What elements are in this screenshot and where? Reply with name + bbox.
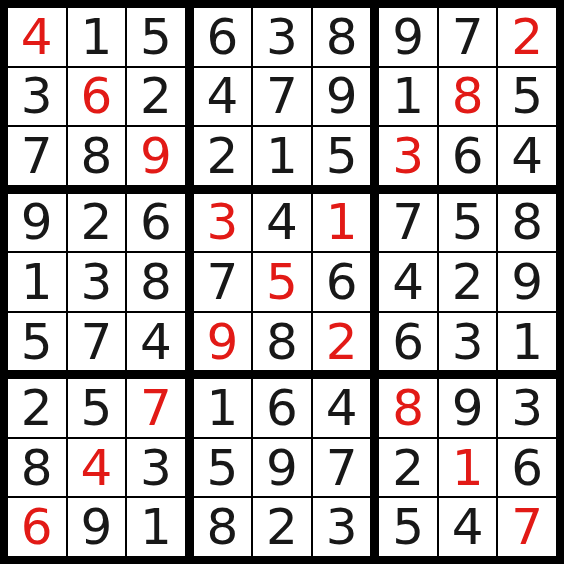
cell-r5c9[interactable]: 9: [498, 253, 556, 311]
cell-r8c4[interactable]: 5: [194, 439, 252, 497]
cell-r3c5[interactable]: 1: [253, 127, 311, 185]
cell-r4c2[interactable]: 2: [68, 194, 126, 252]
cell-r7c6[interactable]: 4: [313, 379, 371, 437]
cell-r9c6[interactable]: 3: [313, 498, 371, 556]
cell-r4c7[interactable]: 7: [379, 194, 437, 252]
cell-r1c1[interactable]: 4: [8, 8, 66, 66]
cell-r3c8[interactable]: 6: [439, 127, 497, 185]
cell-r7c1[interactable]: 2: [8, 379, 66, 437]
cell-r2c1[interactable]: 3: [8, 68, 66, 126]
cell-r3c9[interactable]: 4: [498, 127, 556, 185]
cell-r6c6[interactable]: 2: [313, 313, 371, 371]
cell-r6c2[interactable]: 7: [68, 313, 126, 371]
cell-r8c6[interactable]: 7: [313, 439, 371, 497]
cell-r7c7[interactable]: 8: [379, 379, 437, 437]
cell-r5c1[interactable]: 1: [8, 253, 66, 311]
cell-r2c4[interactable]: 4: [194, 68, 252, 126]
cell-r7c9[interactable]: 3: [498, 379, 556, 437]
cell-r8c9[interactable]: 6: [498, 439, 556, 497]
cell-r9c7[interactable]: 5: [379, 498, 437, 556]
cell-r5c5[interactable]: 5: [253, 253, 311, 311]
cell-r7c5[interactable]: 6: [253, 379, 311, 437]
cell-r5c8[interactable]: 2: [439, 253, 497, 311]
cell-r3c1[interactable]: 7: [8, 127, 66, 185]
cell-r6c7[interactable]: 6: [379, 313, 437, 371]
cell-r3c4[interactable]: 2: [194, 127, 252, 185]
cell-r3c6[interactable]: 5: [313, 127, 371, 185]
cell-r5c2[interactable]: 3: [68, 253, 126, 311]
cell-r2c3[interactable]: 2: [127, 68, 185, 126]
cell-r7c4[interactable]: 1: [194, 379, 252, 437]
cell-r5c7[interactable]: 4: [379, 253, 437, 311]
cell-r4c4[interactable]: 3: [194, 194, 252, 252]
box-7: 257843691: [8, 379, 185, 556]
cell-r1c8[interactable]: 7: [439, 8, 497, 66]
cell-r3c2[interactable]: 8: [68, 127, 126, 185]
cell-r9c1[interactable]: 6: [8, 498, 66, 556]
cell-r5c3[interactable]: 8: [127, 253, 185, 311]
cell-r3c3[interactable]: 9: [127, 127, 185, 185]
cell-r1c5[interactable]: 3: [253, 8, 311, 66]
cell-r9c8[interactable]: 4: [439, 498, 497, 556]
cell-r6c5[interactable]: 8: [253, 313, 311, 371]
cell-r5c4[interactable]: 7: [194, 253, 252, 311]
box-8: 164597823: [194, 379, 371, 556]
cell-r7c3[interactable]: 7: [127, 379, 185, 437]
box-1: 415362789: [8, 8, 185, 185]
box-2: 638479215: [194, 8, 371, 185]
cell-r2c7[interactable]: 1: [379, 68, 437, 126]
cell-r9c2[interactable]: 9: [68, 498, 126, 556]
cell-r1c2[interactable]: 1: [68, 8, 126, 66]
cell-r6c9[interactable]: 1: [498, 313, 556, 371]
cell-r4c6[interactable]: 1: [313, 194, 371, 252]
cell-r2c8[interactable]: 8: [439, 68, 497, 126]
cell-r4c1[interactable]: 9: [8, 194, 66, 252]
cell-r1c6[interactable]: 8: [313, 8, 371, 66]
cell-r9c4[interactable]: 8: [194, 498, 252, 556]
cell-r1c3[interactable]: 5: [127, 8, 185, 66]
cell-r4c8[interactable]: 5: [439, 194, 497, 252]
cell-r7c2[interactable]: 5: [68, 379, 126, 437]
cell-r2c9[interactable]: 5: [498, 68, 556, 126]
cell-r2c5[interactable]: 7: [253, 68, 311, 126]
sudoku-board: 4153627896384792159721853649261385743417…: [0, 0, 564, 564]
cell-r7c8[interactable]: 9: [439, 379, 497, 437]
cell-r8c1[interactable]: 8: [8, 439, 66, 497]
cell-r8c7[interactable]: 2: [379, 439, 437, 497]
cell-r9c9[interactable]: 7: [498, 498, 556, 556]
cell-r6c4[interactable]: 9: [194, 313, 252, 371]
cell-r2c2[interactable]: 6: [68, 68, 126, 126]
box-4: 926138574: [8, 194, 185, 371]
box-5: 341756982: [194, 194, 371, 371]
cell-r8c5[interactable]: 9: [253, 439, 311, 497]
cell-r3c7[interactable]: 3: [379, 127, 437, 185]
cell-r2c6[interactable]: 9: [313, 68, 371, 126]
cell-r4c5[interactable]: 4: [253, 194, 311, 252]
cell-r1c4[interactable]: 6: [194, 8, 252, 66]
cell-r6c1[interactable]: 5: [8, 313, 66, 371]
cell-r1c9[interactable]: 2: [498, 8, 556, 66]
cell-r4c9[interactable]: 8: [498, 194, 556, 252]
cell-r8c3[interactable]: 3: [127, 439, 185, 497]
cell-r9c3[interactable]: 1: [127, 498, 185, 556]
cell-r5c6[interactable]: 6: [313, 253, 371, 311]
cell-r8c2[interactable]: 4: [68, 439, 126, 497]
cell-r8c8[interactable]: 1: [439, 439, 497, 497]
cell-r6c8[interactable]: 3: [439, 313, 497, 371]
cell-r1c7[interactable]: 9: [379, 8, 437, 66]
box-9: 893216547: [379, 379, 556, 556]
cell-r4c3[interactable]: 6: [127, 194, 185, 252]
box-3: 972185364: [379, 8, 556, 185]
box-6: 758429631: [379, 194, 556, 371]
cell-r6c3[interactable]: 4: [127, 313, 185, 371]
cell-r9c5[interactable]: 2: [253, 498, 311, 556]
